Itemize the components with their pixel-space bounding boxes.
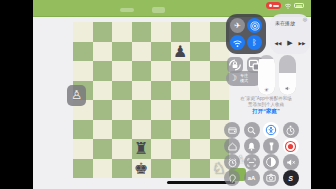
airplay-audio-icon[interactable]: ◎ xyxy=(303,16,307,22)
board-square xyxy=(73,120,93,140)
board-square xyxy=(171,100,191,120)
accessibility-icon xyxy=(265,124,277,136)
wifi-button[interactable] xyxy=(230,35,245,50)
music-widget[interactable]: 未在播放 ◎ ◀◀ ▶ ▶▶ xyxy=(270,14,310,54)
bluetooth-icon: ᛒ xyxy=(247,35,262,50)
dark-mode-button[interactable] xyxy=(263,154,279,170)
airplane-icon: ✈ xyxy=(230,18,245,33)
header-nav-item[interactable] xyxy=(120,8,134,12)
board-square xyxy=(112,159,132,179)
home-button[interactable] xyxy=(224,138,240,154)
alarm-button[interactable] xyxy=(224,154,240,170)
ring-mode-button[interactable] xyxy=(244,138,260,154)
board-square xyxy=(171,61,191,81)
timer-icon xyxy=(285,125,296,136)
board-square xyxy=(151,139,171,159)
darkmode-icon xyxy=(265,156,277,168)
board-square xyxy=(73,61,93,81)
letterbox xyxy=(311,0,336,189)
board-square xyxy=(132,120,152,140)
board-square xyxy=(73,22,93,42)
board-square xyxy=(171,81,191,101)
board-square xyxy=(73,42,93,62)
text-size-button[interactable]: aA xyxy=(244,170,260,186)
accessibility-button[interactable] xyxy=(263,122,279,138)
screen-recording-status-pill[interactable] xyxy=(266,2,281,9)
open-home-app-link[interactable]: 打开“家庭” xyxy=(222,108,310,115)
board-square xyxy=(93,139,113,159)
volume-slider[interactable] xyxy=(279,55,296,95)
board-square xyxy=(132,100,152,120)
board-square xyxy=(190,61,210,81)
ear-icon xyxy=(227,173,238,184)
board-square xyxy=(93,100,113,120)
airdrop-icon xyxy=(250,21,260,31)
board-square xyxy=(151,100,171,120)
mute-icon xyxy=(285,157,296,168)
board-square xyxy=(151,42,171,62)
play-button[interactable]: ▶ xyxy=(285,39,295,47)
black-king[interactable]: ♚ xyxy=(132,159,152,179)
wifi-status-icon xyxy=(284,3,292,9)
board-square xyxy=(93,81,113,101)
board-square xyxy=(171,139,191,159)
previous-track-button[interactable]: ◀◀ xyxy=(272,41,284,46)
magnifier-icon xyxy=(246,125,257,136)
flashlight-icon xyxy=(266,141,277,152)
board-square xyxy=(171,159,191,179)
board-square xyxy=(151,120,171,140)
ipad-screen: ♟♜♚♘ ♙ ♙ ✈ᛒ 未在播放 ◎ ◀◀ ▶ ▶▶ ☽ 专注 模式 ☀ xyxy=(0,0,336,189)
board-square xyxy=(190,42,210,62)
board-square xyxy=(112,42,132,62)
scanner-icon xyxy=(246,157,257,168)
focus-label-line2: 模式 xyxy=(240,79,248,84)
next-track-button[interactable]: ▶▶ xyxy=(296,41,308,46)
timer-button[interactable] xyxy=(283,122,299,138)
wallet-icon xyxy=(227,125,238,136)
sun-icon: ☀ xyxy=(258,86,275,93)
board-square xyxy=(190,22,210,42)
moon-icon: ☽ xyxy=(229,72,237,85)
board-square xyxy=(171,120,191,140)
shazam-button[interactable]: S xyxy=(283,170,299,186)
board-square xyxy=(132,61,152,81)
header-nav-item[interactable] xyxy=(152,7,165,13)
music-title: 未在播放 xyxy=(275,20,305,26)
wallet-button[interactable] xyxy=(224,122,240,138)
record-icon xyxy=(284,140,297,153)
board-square xyxy=(190,100,210,120)
home-section-message-line1: 在“家庭”App中将配件和场 xyxy=(222,96,310,101)
board-square xyxy=(93,159,113,179)
board-square xyxy=(151,61,171,81)
board-square xyxy=(93,42,113,62)
shazam-icon: S xyxy=(288,175,293,182)
recording-dot-icon xyxy=(269,4,272,7)
board-square xyxy=(112,61,132,81)
piece-hand-button[interactable]: ♙ xyxy=(67,85,86,106)
board-square xyxy=(151,159,171,179)
wifi-icon xyxy=(232,38,243,49)
board-square xyxy=(190,81,210,101)
airdrop-button[interactable] xyxy=(247,18,262,33)
bluetooth-button[interactable]: ᛒ xyxy=(247,35,262,50)
bell-icon xyxy=(246,141,257,152)
board-square xyxy=(112,100,132,120)
board-square xyxy=(93,61,113,81)
mute-button[interactable] xyxy=(283,154,299,170)
chess-board[interactable]: ♟♜♚♘ xyxy=(73,22,229,178)
board-square xyxy=(73,159,93,179)
black-rook[interactable]: ♜ xyxy=(132,139,152,159)
site-header xyxy=(33,0,311,17)
camera-icon xyxy=(265,172,277,184)
hearing-button[interactable] xyxy=(224,170,240,186)
focus-mode-button[interactable]: ☽ 专注 模式 xyxy=(226,71,262,86)
board-square xyxy=(73,139,93,159)
home-section-message-line2: 景添加到个人收藏 xyxy=(222,102,310,107)
board-square xyxy=(151,81,171,101)
board-square xyxy=(112,22,132,42)
board-square xyxy=(93,22,113,42)
board-square xyxy=(112,81,132,101)
code-scanner-button[interactable] xyxy=(244,154,260,170)
connectivity-cluster: ✈ᛒ xyxy=(226,14,266,54)
text-size-icon: aA xyxy=(248,175,256,181)
board-square xyxy=(132,22,152,42)
speaker-icon xyxy=(279,85,296,93)
screen-recording-button[interactable] xyxy=(283,138,299,154)
magnifier-button[interactable] xyxy=(244,122,260,138)
board-square xyxy=(190,159,210,179)
camera-button[interactable] xyxy=(263,170,279,186)
board-square xyxy=(132,81,152,101)
black-pawn[interactable]: ♟ xyxy=(171,42,191,62)
board-square xyxy=(112,139,132,159)
board-square xyxy=(190,120,210,140)
board-square xyxy=(132,42,152,62)
flashlight-button[interactable] xyxy=(263,138,279,154)
battery-icon xyxy=(294,3,304,8)
board-square xyxy=(93,120,113,140)
recording-timer xyxy=(273,5,279,8)
brightness-slider[interactable]: ☀ xyxy=(258,55,275,95)
home-icon xyxy=(227,141,238,152)
board-square xyxy=(112,120,132,140)
board-square xyxy=(151,22,171,42)
board-square xyxy=(190,139,210,159)
alarm-icon xyxy=(227,157,238,168)
board-square xyxy=(171,22,191,42)
airplane-mode-button[interactable]: ✈ xyxy=(230,18,245,33)
